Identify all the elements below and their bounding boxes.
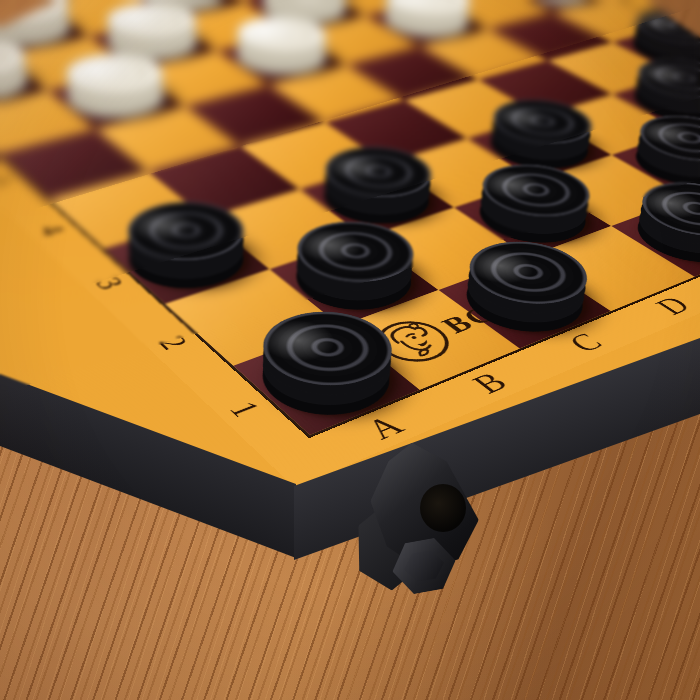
- latch-notch: [420, 484, 466, 532]
- photo-stage: ВСП AABBCCDDEEFFGGHH1122334455667788: [0, 0, 700, 700]
- board-latch: [352, 440, 522, 615]
- checkers-board: ВСП AABBCCDDEEFFGGHH1122334455667788: [0, 0, 700, 488]
- board-scene: ВСП AABBCCDDEEFFGGHH1122334455667788: [0, 0, 700, 700]
